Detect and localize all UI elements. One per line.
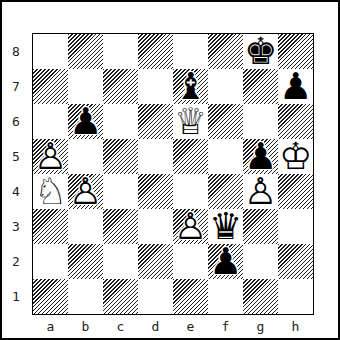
white-king-glyph: ♔	[278, 139, 313, 174]
square-b5[interactable]	[68, 139, 103, 174]
square-g6[interactable]	[243, 104, 278, 139]
square-c6[interactable]	[103, 104, 138, 139]
black-pawn-glyph: ♟	[208, 244, 243, 279]
square-h4[interactable]	[278, 174, 313, 209]
black-queen-glyph: ♛	[208, 209, 243, 244]
white-pawn-glyph: ♙	[33, 139, 68, 174]
square-a5[interactable]: ♟♙	[33, 139, 68, 174]
square-d5[interactable]	[138, 139, 173, 174]
square-d2[interactable]	[138, 244, 173, 279]
file-label-b: b	[68, 316, 103, 338]
square-a4[interactable]: ♞♘	[33, 174, 68, 209]
piece-white-pawn[interactable]: ♟♙	[68, 174, 103, 209]
rank-label-2: 2	[2, 244, 30, 279]
square-h6[interactable]	[278, 104, 313, 139]
square-b7[interactable]	[68, 69, 103, 104]
piece-white-pawn[interactable]: ♟♙	[173, 209, 208, 244]
black-bishop-glyph: ♝	[173, 69, 208, 104]
piece-black-queen[interactable]: ♛♛	[208, 209, 243, 244]
piece-white-pawn[interactable]: ♟♙	[243, 174, 278, 209]
square-c8[interactable]	[103, 34, 138, 69]
square-a7[interactable]	[33, 69, 68, 104]
piece-black-pawn[interactable]: ♟♟	[208, 244, 243, 279]
square-g8[interactable]: ♚♚	[243, 34, 278, 69]
square-a3[interactable]	[33, 209, 68, 244]
square-c5[interactable]	[103, 139, 138, 174]
square-b4[interactable]: ♟♙	[68, 174, 103, 209]
square-a1[interactable]	[33, 279, 68, 314]
square-a2[interactable]	[33, 244, 68, 279]
square-f5[interactable]	[208, 139, 243, 174]
file-label-e: e	[173, 316, 208, 338]
square-d1[interactable]	[138, 279, 173, 314]
white-knight-glyph: ♘	[33, 174, 68, 209]
piece-white-knight[interactable]: ♞♘	[33, 174, 68, 209]
square-f6[interactable]	[208, 104, 243, 139]
file-label-g: g	[243, 316, 278, 338]
square-e6[interactable]: ♛♕	[173, 104, 208, 139]
square-d7[interactable]	[138, 69, 173, 104]
square-g5[interactable]: ♟♟	[243, 139, 278, 174]
black-pawn-glyph: ♟	[278, 69, 313, 104]
rank-label-6: 6	[2, 104, 30, 139]
white-pawn-glyph: ♙	[173, 209, 208, 244]
square-b3[interactable]	[68, 209, 103, 244]
piece-black-pawn[interactable]: ♟♟	[243, 139, 278, 174]
square-c3[interactable]	[103, 209, 138, 244]
square-h8[interactable]	[278, 34, 313, 69]
square-e1[interactable]	[173, 279, 208, 314]
square-f8[interactable]	[208, 34, 243, 69]
square-a6[interactable]	[33, 104, 68, 139]
rank-label-5: 5	[2, 139, 30, 174]
square-g7[interactable]	[243, 69, 278, 104]
black-king-glyph: ♚	[243, 34, 278, 69]
square-c2[interactable]	[103, 244, 138, 279]
rank-label-8: 8	[2, 34, 30, 69]
piece-white-queen[interactable]: ♛♕	[173, 104, 208, 139]
file-label-a: a	[33, 316, 68, 338]
piece-black-pawn[interactable]: ♟♟	[278, 69, 313, 104]
chess-board: ♚♚♝♝♟♟♟♟♛♕♟♙♟♟♚♔♞♘♟♙♟♙♟♙♛♛♟♟	[32, 33, 314, 315]
square-e2[interactable]	[173, 244, 208, 279]
file-label-f: f	[208, 316, 243, 338]
black-pawn-glyph: ♟	[243, 139, 278, 174]
chess-diagram-frame: 87654321 ♚♚♝♝♟♟♟♟♛♕♟♙♟♟♚♔♞♘♟♙♟♙♟♙♛♛♟♟ ab…	[0, 0, 340, 340]
file-label-c: c	[103, 316, 138, 338]
square-g4[interactable]: ♟♙	[243, 174, 278, 209]
rank-label-3: 3	[2, 209, 30, 244]
square-d8[interactable]	[138, 34, 173, 69]
piece-black-king[interactable]: ♚♚	[243, 34, 278, 69]
piece-white-king[interactable]: ♚♔	[278, 139, 313, 174]
rank-label-4: 4	[2, 174, 30, 209]
square-f2[interactable]: ♟♟	[208, 244, 243, 279]
white-pawn-glyph: ♙	[68, 174, 103, 209]
rank-label-1: 1	[2, 279, 30, 314]
square-h2[interactable]	[278, 244, 313, 279]
square-d3[interactable]	[138, 209, 173, 244]
square-b8[interactable]	[68, 34, 103, 69]
square-h5[interactable]: ♚♔	[278, 139, 313, 174]
square-a8[interactable]	[33, 34, 68, 69]
square-d6[interactable]	[138, 104, 173, 139]
piece-black-pawn[interactable]: ♟♟	[68, 104, 103, 139]
square-f1[interactable]	[208, 279, 243, 314]
square-e3[interactable]: ♟♙	[173, 209, 208, 244]
square-c7[interactable]	[103, 69, 138, 104]
square-c1[interactable]	[103, 279, 138, 314]
square-d4[interactable]	[138, 174, 173, 209]
square-b1[interactable]	[68, 279, 103, 314]
square-h1[interactable]	[278, 279, 313, 314]
square-b2[interactable]	[68, 244, 103, 279]
square-f4[interactable]	[208, 174, 243, 209]
piece-white-pawn[interactable]: ♟♙	[33, 139, 68, 174]
square-g3[interactable]	[243, 209, 278, 244]
square-e4[interactable]	[173, 174, 208, 209]
file-label-d: d	[138, 316, 173, 338]
square-h3[interactable]	[278, 209, 313, 244]
square-f3[interactable]: ♛♛	[208, 209, 243, 244]
square-g1[interactable]	[243, 279, 278, 314]
piece-black-bishop[interactable]: ♝♝	[173, 69, 208, 104]
black-pawn-glyph: ♟	[68, 104, 103, 139]
rank-label-7: 7	[2, 69, 30, 104]
square-c4[interactable]	[103, 174, 138, 209]
white-pawn-glyph: ♙	[243, 174, 278, 209]
square-e8[interactable]	[173, 34, 208, 69]
square-g2[interactable]	[243, 244, 278, 279]
square-h7[interactable]: ♟♟	[278, 69, 313, 104]
file-label-h: h	[278, 316, 313, 338]
square-b6[interactable]: ♟♟	[68, 104, 103, 139]
white-queen-glyph: ♕	[173, 104, 208, 139]
square-f7[interactable]	[208, 69, 243, 104]
square-e5[interactable]	[173, 139, 208, 174]
square-e7[interactable]: ♝♝	[173, 69, 208, 104]
